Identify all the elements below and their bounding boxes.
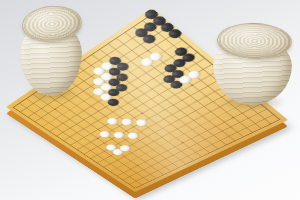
white-stone bbox=[134, 118, 149, 128]
go-stone-bowl-right bbox=[213, 23, 293, 107]
white-stone bbox=[119, 117, 134, 127]
white-stone bbox=[112, 130, 127, 139]
go-stone-bowl-left bbox=[19, 6, 83, 98]
white-stone bbox=[105, 116, 120, 126]
photo-scene bbox=[0, 0, 300, 200]
white-stone bbox=[97, 130, 112, 139]
white-stone bbox=[126, 131, 141, 140]
